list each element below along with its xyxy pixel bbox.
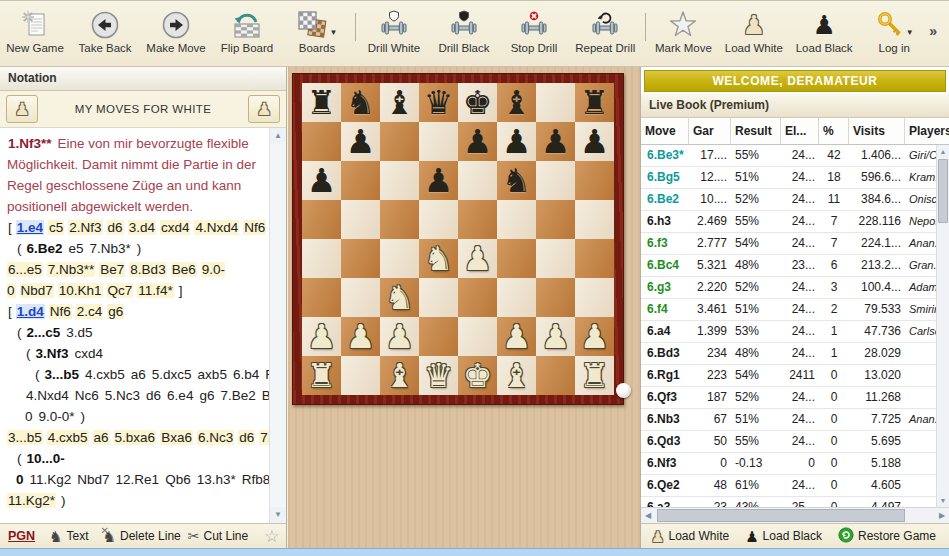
restore-game-button[interactable]: Restore Game: [838, 527, 936, 546]
square-h3[interactable]: [575, 278, 614, 317]
square-g4[interactable]: [536, 239, 575, 278]
livebook-row[interactable]: 6.a41.39953%24...147.736Carlse: [641, 321, 937, 343]
square-c5[interactable]: [380, 200, 419, 239]
white-pawn-icon: ♟: [256, 101, 271, 118]
livebook-row[interactable]: 6.Bc45.32148%23...6213.2...Gran.: [641, 255, 937, 277]
move-token[interactable]: 4.cxb5: [84, 367, 126, 382]
square-h5[interactable]: [575, 200, 614, 239]
white-piece[interactable]: ♟: [341, 317, 380, 356]
cell-pct: 11: [819, 189, 849, 210]
move-token[interactable]: Qc7: [107, 283, 134, 298]
move-token[interactable]: 6.Be2: [26, 241, 64, 256]
cell-result: 61%: [731, 475, 781, 496]
cell-pct: 1: [819, 343, 849, 364]
square-e6[interactable]: [458, 161, 497, 200]
cell-gar: 187: [689, 387, 731, 408]
delete-line-label: Delete Line: [120, 529, 181, 543]
square-d2[interactable]: [419, 317, 458, 356]
white-piece[interactable]: ♞: [419, 239, 458, 278]
square-g6[interactable]: [536, 161, 575, 200]
mark-move-button[interactable]: Mark Move: [648, 1, 718, 54]
move-token[interactable]: a6: [130, 367, 147, 382]
column-header-visits[interactable]: Visits: [849, 118, 905, 144]
livebook-row[interactable]: 6.Bd323448%24...128.029: [641, 343, 937, 365]
square-g2[interactable]: ♟: [536, 317, 575, 356]
move-token[interactable]: Nbd7: [20, 283, 54, 298]
delete-line-button[interactable]: ♞✕ Delete Line: [103, 529, 181, 544]
scrollbar-thumb[interactable]: [938, 159, 948, 223]
livebook-row[interactable]: 6.Be3*17....55%24...421.406...Giri/C: [641, 145, 937, 167]
move-token[interactable]: 3...b5: [7, 430, 43, 445]
livebook-row[interactable]: 6.Rg122354%2411013.020: [641, 365, 937, 387]
livebook-row[interactable]: 6.a32343%25...04.497: [641, 497, 937, 507]
cell-move: 6.Nf3: [641, 453, 689, 474]
move-token[interactable]: e5: [68, 241, 85, 256]
square-d8[interactable]: ♛: [419, 83, 458, 122]
move-token[interactable]: Bg7: [261, 388, 269, 403]
white-piece[interactable]: ♝: [497, 356, 536, 395]
black-piece[interactable]: ♜: [575, 83, 614, 122]
scroll-right-icon[interactable]: ▶: [935, 508, 949, 523]
move-token[interactable]: Nc6: [74, 388, 100, 403]
cell-pct: 2: [819, 299, 849, 320]
column-header-gar[interactable]: Gar: [689, 118, 731, 144]
cell-elo: 24...: [781, 409, 819, 430]
welcome-banner: WELCOME, DERAMATEUR: [644, 70, 946, 92]
square-g1[interactable]: [536, 356, 575, 395]
white-piece[interactable]: ♟: [302, 317, 341, 356]
move-token[interactable]: 6.e4: [166, 388, 194, 403]
move-token[interactable]: Nf6: [49, 304, 72, 319]
take-back-button[interactable]: Take Back: [70, 1, 140, 54]
toolbar-button-label: Boards: [299, 42, 335, 54]
move-token[interactable]: 7.Nf3: [259, 430, 269, 445]
cell-move: 6.Bc4: [641, 255, 689, 276]
square-a7[interactable]: [302, 122, 341, 161]
square-f7[interactable]: ♟: [497, 122, 536, 161]
cell-pct: 0: [819, 497, 849, 507]
move-token[interactable]: axb5: [197, 367, 228, 382]
square-b5[interactable]: [341, 200, 380, 239]
square-g5[interactable]: [536, 200, 575, 239]
move-token[interactable]: d6: [238, 430, 255, 445]
square-b1[interactable]: [341, 356, 380, 395]
drill-black-button[interactable]: Drill Black: [429, 1, 499, 54]
move-token[interactable]: 11.f4*: [137, 283, 173, 298]
move-token[interactable]: 7.Nb3*: [89, 241, 132, 256]
move-token[interactable]: 1.e4: [16, 220, 44, 235]
notation-line: 3...b54.cxb5a65.bxa6Bxa66.Nc3d67.Nf3g68.…: [5, 427, 267, 448]
scroll-left-icon[interactable]: ◀: [641, 508, 655, 523]
toolbar-button-label: New Game: [6, 42, 64, 54]
text-button[interactable]: ♞ Text: [49, 529, 88, 544]
white-piece[interactable]: ♟: [575, 317, 614, 356]
cell-move: 6.Bd3: [641, 343, 689, 364]
cell-gar: 12....: [689, 167, 731, 188]
square-g7[interactable]: ♟: [536, 122, 575, 161]
move-token[interactable]: 3.Nf3: [35, 346, 70, 361]
board-area: ♜♞♝♛♚♝♜♟♟♟♟♟♟♟♞♞♟♞♟♟♟♟♟♟♜♝♛♚♝♜: [288, 67, 640, 548]
livebook-row[interactable]: 6.Be210....52%24...11384.6...Onisc: [641, 189, 937, 211]
cell-pct: 18: [819, 167, 849, 188]
load-white-button[interactable]: ♟ Load White: [651, 529, 729, 544]
move-token[interactable]: 11.Kg2*: [7, 493, 56, 508]
black-piece[interactable]: ♚: [458, 83, 497, 122]
move-token[interactable]: 9.0-0*: [38, 409, 76, 424]
notation-footer: PGN ♞ Text ♞✕ Delete Line ✂ Cut Line ☆: [0, 523, 286, 548]
toolbar-button-label: Load Black: [796, 42, 853, 54]
square-c8[interactable]: ♝: [380, 83, 419, 122]
cell-pct: 3: [819, 277, 849, 298]
square-e8[interactable]: ♚: [458, 83, 497, 122]
column-header-result[interactable]: Result: [731, 118, 781, 144]
cell-visits: 224.1...: [849, 233, 905, 254]
move-token[interactable]: 7.Be2: [219, 388, 256, 403]
white-piece[interactable]: ♟: [497, 317, 536, 356]
square-a2[interactable]: ♟: [302, 317, 341, 356]
square-f4[interactable]: [497, 239, 536, 278]
favorite-star-icon[interactable]: ☆: [264, 526, 279, 547]
white-piece[interactable]: ♚: [458, 356, 497, 395]
drill-white-button[interactable]: Drill White: [359, 1, 429, 54]
black-piece[interactable]: ♟: [575, 122, 614, 161]
cell-visits: 47.736: [849, 321, 905, 342]
black-piece[interactable]: ♜: [302, 83, 341, 122]
black-piece[interactable]: ♝: [380, 83, 419, 122]
scroll-down-icon[interactable]: ▼: [270, 507, 286, 523]
stop-drill-button[interactable]: Stop Drill: [499, 1, 569, 54]
cut-line-button[interactable]: ✂ Cut Line: [188, 528, 248, 544]
livebook-row[interactable]: 6.Qe24861%24...04.605: [641, 475, 937, 497]
cell-move: 6.a3: [641, 497, 689, 507]
move-token[interactable]: Qb6: [164, 472, 192, 487]
square-a5[interactable]: [302, 200, 341, 239]
move-token[interactable]: a6: [93, 430, 110, 445]
scroll-down-icon[interactable]: ▼: [937, 494, 949, 507]
white-piece[interactable]: ♟: [536, 317, 575, 356]
hscrollbar-thumb[interactable]: [657, 509, 905, 522]
square-h4[interactable]: [575, 239, 614, 278]
cell-move: 6.Qd3: [641, 431, 689, 452]
move-token[interactable]: 11.Kg2: [29, 472, 73, 487]
repeat-drill-button[interactable]: Repeat Drill: [569, 1, 642, 54]
window-bottom-edge: [0, 548, 949, 556]
livebook-row[interactable]: 6.g32.22052%24...3100.4...Adam: [641, 277, 937, 299]
livebook-row[interactable]: 6.Nf30-0.13005.188: [641, 453, 937, 475]
make-move-button[interactable]: Make Move: [140, 1, 212, 54]
square-f2[interactable]: ♟: [497, 317, 536, 356]
square-b7[interactable]: ♟: [341, 122, 380, 161]
square-c1[interactable]: ♝: [380, 356, 419, 395]
move-token[interactable]: 6...e5: [7, 262, 43, 277]
square-d5[interactable]: [419, 200, 458, 239]
repeat-drill-icon: [590, 5, 620, 40]
square-d3[interactable]: [419, 278, 458, 317]
toolbar-button-label: Repeat Drill: [575, 42, 635, 54]
square-b2[interactable]: ♟: [341, 317, 380, 356]
square-d4[interactable]: ♞: [419, 239, 458, 278]
square-a3[interactable]: [302, 278, 341, 317]
cell-result: 52%: [731, 387, 781, 408]
livebook-footer: ♟ Load White ♟ Load Black Restore Game: [641, 523, 949, 548]
cell-move: 6.Rg1: [641, 365, 689, 386]
notation-line: (10...0-011.Kg2Nbd712.Re1Qb613.h3*Rfb814…: [5, 448, 267, 490]
black-piece[interactable]: ♛: [419, 83, 458, 122]
column-header-elo[interactable]: El...: [781, 118, 819, 144]
livebook-rows: 6.Be3*17....55%24...421.406...Giri/C6.Bg…: [641, 145, 937, 507]
cell-move: 6.Be3*: [641, 145, 689, 166]
cell-result: 52%: [731, 277, 781, 298]
square-a1[interactable]: ♜: [302, 356, 341, 395]
cell-pct: 0: [819, 453, 849, 474]
load-white-label: Load White: [668, 529, 729, 543]
notation-line: (3...b54.cxb5a65.dxc5axb56.b4Ra47.g3): [5, 364, 267, 385]
move-token[interactable]: Rfb8: [241, 472, 269, 487]
move-token[interactable]: 6.Nc3: [197, 430, 234, 445]
cell-pct: 7: [819, 233, 849, 254]
cell-move: 6.Bg5: [641, 167, 689, 188]
load-black-button[interactable]: ♟ Load Black: [745, 529, 822, 544]
move-token[interactable]: 1.d4: [16, 304, 45, 319]
cell-pct: 6: [819, 255, 849, 276]
bracket: (: [16, 451, 23, 466]
cell-move: 6.f4: [641, 299, 689, 320]
toolbar-button-label: Make Move: [146, 42, 205, 54]
move-token[interactable]: 7.Nb3**: [47, 262, 96, 277]
cell-gar: 2.777: [689, 233, 731, 254]
scroll-up-icon[interactable]: ▲: [937, 145, 949, 158]
square-c4[interactable]: [380, 239, 419, 278]
white-pawn-left-button[interactable]: ♟: [6, 95, 38, 123]
cell-visits: 28.029: [849, 343, 905, 364]
cell-visits: 213.2...: [849, 255, 905, 276]
move-token[interactable]: 8.Bd3: [129, 262, 166, 277]
cell-elo: 24...: [781, 233, 819, 254]
chess-board: ♜♞♝♛♚♝♜♟♟♟♟♟♟♟♞♞♟♞♟♟♟♟♟♟♜♝♛♚♝♜: [292, 73, 624, 405]
white-piece[interactable]: ♟: [380, 317, 419, 356]
notation-line: 11.Kg2*): [5, 490, 267, 511]
cell-pct: 0: [819, 365, 849, 386]
take-back-icon: [90, 5, 120, 40]
move-token[interactable]: 5.bxa6: [114, 430, 157, 445]
cell-visits: 4.605: [849, 475, 905, 496]
cell-result: 52%: [731, 189, 781, 210]
white-piece[interactable]: ♛: [419, 356, 458, 395]
black-piece[interactable]: ♞: [497, 161, 536, 200]
bracket: ): [60, 493, 67, 508]
livebook-row[interactable]: 6.Bg512....51%24...18596.6...Kram.: [641, 167, 937, 189]
livebook-row[interactable]: 6.h32.46955%24...7228.116Nepo.: [641, 211, 937, 233]
black-piece[interactable]: ♞: [341, 83, 380, 122]
square-f5[interactable]: [497, 200, 536, 239]
square-h7[interactable]: ♟: [575, 122, 614, 161]
new-game-button[interactable]: New Game: [0, 1, 70, 54]
move-token[interactable]: 10.Kh1: [58, 283, 103, 298]
livebook-row[interactable]: 6.Qd35055%24...05.695: [641, 431, 937, 453]
cell-move: 6.Nb3: [641, 409, 689, 430]
move-token[interactable]: g6: [107, 304, 124, 319]
annotation-text: 1.Nf3**: [7, 136, 53, 151]
square-f8[interactable]: ♝: [497, 83, 536, 122]
pgn-button[interactable]: PGN: [8, 529, 35, 543]
square-e4[interactable]: ♟: [458, 239, 497, 278]
bracket: ): [136, 241, 143, 256]
move-token[interactable]: 4.Nxd4: [25, 388, 70, 403]
move-token[interactable]: d6: [107, 220, 124, 235]
square-a4[interactable]: [302, 239, 341, 278]
move-token[interactable]: Nf6: [243, 220, 266, 235]
black-piece[interactable]: ♝: [497, 83, 536, 122]
square-g8[interactable]: [536, 83, 575, 122]
square-d6[interactable]: ♟: [419, 161, 458, 200]
cell-gar: 5.321: [689, 255, 731, 276]
square-e5[interactable]: [458, 200, 497, 239]
move-token[interactable]: 3...b5: [44, 367, 81, 382]
move-token[interactable]: 3.d4: [128, 220, 156, 235]
move-token[interactable]: c5: [48, 220, 64, 235]
cell-visits: 4.497: [849, 497, 905, 507]
square-d1[interactable]: ♛: [419, 356, 458, 395]
move-token[interactable]: 13.h3*: [196, 472, 237, 487]
move-token[interactable]: 2...c5: [26, 325, 62, 340]
square-f6[interactable]: ♞: [497, 161, 536, 200]
square-e3[interactable]: [458, 278, 497, 317]
move-token[interactable]: Bxa6: [160, 430, 193, 445]
black-piece[interactable]: ♟: [341, 122, 380, 161]
square-f3[interactable]: [497, 278, 536, 317]
white-piece[interactable]: ♜: [575, 356, 614, 395]
board-squares: ♜♞♝♛♚♝♜♟♟♟♟♟♟♟♞♞♟♞♟♟♟♟♟♟♜♝♛♚♝♜: [302, 83, 614, 395]
move-token[interactable]: 5.dxc5: [151, 367, 193, 382]
move-token[interactable]: 4.cxb5: [47, 430, 89, 445]
move-token[interactable]: 2.c4: [76, 304, 104, 319]
move-token[interactable]: Be7: [99, 262, 125, 277]
cell-move: 6.Qf3: [641, 387, 689, 408]
flip-board-icon: [231, 5, 263, 40]
move-token[interactable]: g6: [198, 388, 215, 403]
cell-gar: 50: [689, 431, 731, 452]
cell-elo: 24...: [781, 343, 819, 364]
cell-result: 43%: [731, 497, 781, 507]
square-c7[interactable]: [380, 122, 419, 161]
bracket: (: [34, 367, 41, 382]
move-token[interactable]: 2.Nf3: [68, 220, 102, 235]
load-white-button[interactable]: ♟Load White: [718, 1, 789, 54]
cell-pct: 0: [819, 387, 849, 408]
black-piece[interactable]: ♟: [419, 161, 458, 200]
move-token[interactable]: d6: [145, 388, 162, 403]
square-c6[interactable]: [380, 161, 419, 200]
square-h1[interactable]: ♜: [575, 356, 614, 395]
white-piece[interactable]: ♜: [302, 356, 341, 395]
cell-visits: 384.6...: [849, 189, 905, 210]
white-pawn-right-button[interactable]: ♟: [248, 95, 280, 123]
square-c3[interactable]: ♞: [380, 278, 419, 317]
black-piece[interactable]: ♟: [536, 122, 575, 161]
black-piece[interactable]: ♟: [458, 122, 497, 161]
flip-board-button[interactable]: Flip Board: [212, 1, 282, 54]
move-token[interactable]: Nbd7: [76, 472, 110, 487]
livebook-row[interactable]: 6.f43.46151%24...279.533Smirin: [641, 299, 937, 321]
move-token[interactable]: cxd4: [160, 220, 191, 235]
square-a8[interactable]: ♜: [302, 83, 341, 122]
move-token[interactable]: 12.Re1: [115, 472, 161, 487]
square-a6[interactable]: ♟: [302, 161, 341, 200]
cell-move: 6.Be2: [641, 189, 689, 210]
white-piece[interactable]: ♟: [458, 239, 497, 278]
square-h2[interactable]: ♟: [575, 317, 614, 356]
square-e7[interactable]: ♟: [458, 122, 497, 161]
livebook-title: Live Book (Premium): [641, 94, 949, 118]
livebook-row[interactable]: 6.Qf318752%24...011.268: [641, 387, 937, 409]
boards-button[interactable]: ▼Boards: [282, 1, 352, 54]
move-token[interactable]: Be6: [171, 262, 197, 277]
square-b6[interactable]: [341, 161, 380, 200]
notation-scrollbar[interactable]: ▲ ▼: [269, 128, 286, 523]
square-d7[interactable]: [419, 122, 458, 161]
column-header-move[interactable]: Move: [641, 118, 689, 144]
cell-elo: 24...: [781, 321, 819, 342]
move-token[interactable]: 3.d5: [65, 325, 93, 340]
move-token[interactable]: 5.Nc3: [104, 388, 141, 403]
square-c2[interactable]: ♟: [380, 317, 419, 356]
scroll-up-icon[interactable]: ▲: [270, 128, 286, 144]
white-piece[interactable]: ♝: [380, 356, 419, 395]
move-token[interactable]: 4.Nxd4: [194, 220, 239, 235]
livebook-scrollbar[interactable]: ▲ ▼: [936, 145, 949, 507]
black-pawn-icon: ♟: [745, 529, 758, 544]
move-token[interactable]: 6.b4: [232, 367, 260, 382]
toolbar-button-label: Mark Move: [655, 42, 712, 54]
cell-result: 53%: [731, 321, 781, 342]
column-header-pct[interactable]: %: [819, 118, 849, 144]
cell-gar: 67: [689, 409, 731, 430]
cell-elo: 24...: [781, 277, 819, 298]
toolbar-separator: [645, 13, 646, 41]
cell-gar: 10....: [689, 189, 731, 210]
square-b8[interactable]: ♞: [341, 83, 380, 122]
square-b4[interactable]: [341, 239, 380, 278]
move-token[interactable]: cxd4: [74, 346, 105, 361]
livebook-row[interactable]: 6.f32.77754%24...7224.1...Anan.: [641, 233, 937, 255]
cell-elo: 24...: [781, 299, 819, 320]
square-e2[interactable]: [458, 317, 497, 356]
square-g3[interactable]: [536, 278, 575, 317]
cell-visits: 11.268: [849, 387, 905, 408]
log-in-button[interactable]: ▼Log in: [859, 1, 929, 54]
toolbar-overflow-button[interactable]: »: [929, 1, 949, 39]
white-piece[interactable]: ♞: [380, 278, 419, 317]
notation-panel-title: Notation: [0, 67, 286, 91]
livebook-row[interactable]: 6.Nb36751%24...07.725Anan.: [641, 409, 937, 431]
square-f1[interactable]: ♝: [497, 356, 536, 395]
square-h6[interactable]: [575, 161, 614, 200]
cell-move: 6.a4: [641, 321, 689, 342]
square-b3[interactable]: [341, 278, 380, 317]
cell-result: 51%: [731, 167, 781, 188]
black-piece[interactable]: ♟: [302, 161, 341, 200]
square-h8[interactable]: ♜: [575, 83, 614, 122]
toolbar: New GameTake BackMake MoveFlip Board▼Boa…: [0, 0, 949, 67]
cell-elo: 24...: [781, 211, 819, 232]
cell-gar: 23: [689, 497, 731, 507]
square-e1[interactable]: ♚: [458, 356, 497, 395]
restore-icon: [838, 527, 854, 546]
livebook-hscrollbar[interactable]: ◀ ▶: [641, 507, 949, 523]
load-black-button[interactable]: ♟Load Black: [789, 1, 859, 54]
column-header-players[interactable]: Players: [905, 118, 949, 144]
black-piece[interactable]: ♟: [497, 122, 536, 161]
